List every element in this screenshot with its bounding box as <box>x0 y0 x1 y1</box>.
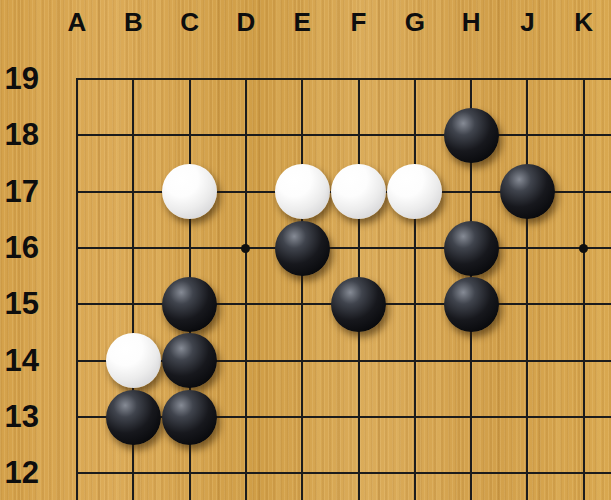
intersection-D16[interactable] <box>218 220 274 276</box>
intersection-G13[interactable] <box>387 389 443 445</box>
intersection-A15[interactable] <box>49 276 105 332</box>
intersection-B17[interactable] <box>105 164 161 220</box>
intersection-D13[interactable] <box>218 389 274 445</box>
intersection-G14[interactable] <box>387 333 443 389</box>
intersection-A18[interactable] <box>49 107 105 163</box>
intersection-H19[interactable] <box>443 51 499 107</box>
intersection-F12[interactable] <box>330 445 386 500</box>
intersection-E13[interactable] <box>274 389 330 445</box>
intersection-B16[interactable] <box>105 220 161 276</box>
intersection-G12[interactable] <box>387 445 443 500</box>
intersection-C17[interactable] <box>161 164 217 220</box>
intersection-F13[interactable] <box>330 389 386 445</box>
intersection-K17[interactable] <box>556 164 611 220</box>
intersection-B14[interactable] <box>105 333 161 389</box>
col-label-K: K <box>562 0 606 44</box>
white-stone-E17 <box>275 164 330 219</box>
intersection-A12[interactable] <box>49 445 105 500</box>
black-stone-C15 <box>162 277 217 332</box>
intersection-G19[interactable] <box>387 51 443 107</box>
intersection-F16[interactable] <box>330 220 386 276</box>
col-label-J: J <box>505 0 549 44</box>
intersection-E15[interactable] <box>274 276 330 332</box>
intersection-B15[interactable] <box>105 276 161 332</box>
intersection-G16[interactable] <box>387 220 443 276</box>
row-label-16: 16 <box>0 226 39 270</box>
row-label-15: 15 <box>0 282 39 326</box>
intersection-B13[interactable] <box>105 389 161 445</box>
intersection-C18[interactable] <box>161 107 217 163</box>
intersection-B19[interactable] <box>105 51 161 107</box>
intersection-D19[interactable] <box>218 51 274 107</box>
intersection-H17[interactable] <box>443 164 499 220</box>
go-board-diagram: ABCDEFGHJK 1918171615141312 <box>0 0 611 500</box>
black-stone-H16 <box>444 221 499 276</box>
intersection-D17[interactable] <box>218 164 274 220</box>
intersection-E14[interactable] <box>274 333 330 389</box>
intersection-E12[interactable] <box>274 445 330 500</box>
intersection-K14[interactable] <box>556 333 611 389</box>
black-stone-J17 <box>500 164 555 219</box>
black-stone-C13 <box>162 390 217 445</box>
intersection-K16[interactable] <box>556 220 611 276</box>
intersection-K18[interactable] <box>556 107 611 163</box>
intersection-A14[interactable] <box>49 333 105 389</box>
col-label-C: C <box>168 0 212 44</box>
col-label-B: B <box>111 0 155 44</box>
intersection-D12[interactable] <box>218 445 274 500</box>
intersection-F18[interactable] <box>330 107 386 163</box>
intersection-D18[interactable] <box>218 107 274 163</box>
row-label-14: 14 <box>0 339 39 383</box>
intersection-F15[interactable] <box>330 276 386 332</box>
intersection-F19[interactable] <box>330 51 386 107</box>
col-label-D: D <box>224 0 268 44</box>
intersection-K19[interactable] <box>556 51 611 107</box>
row-label-13: 13 <box>0 395 39 439</box>
intersection-J15[interactable] <box>499 276 555 332</box>
white-stone-G17 <box>387 164 442 219</box>
intersection-A17[interactable] <box>49 164 105 220</box>
intersection-B18[interactable] <box>105 107 161 163</box>
intersection-H13[interactable] <box>443 389 499 445</box>
intersection-H14[interactable] <box>443 333 499 389</box>
intersection-H12[interactable] <box>443 445 499 500</box>
intersection-J18[interactable] <box>499 107 555 163</box>
intersection-A19[interactable] <box>49 51 105 107</box>
row-label-18: 18 <box>0 113 39 157</box>
intersection-C14[interactable] <box>161 333 217 389</box>
col-label-E: E <box>280 0 324 44</box>
black-stone-E16 <box>275 221 330 276</box>
intersection-F14[interactable] <box>330 333 386 389</box>
intersection-J19[interactable] <box>499 51 555 107</box>
intersection-C19[interactable] <box>161 51 217 107</box>
white-stone-C17 <box>162 164 217 219</box>
intersection-E17[interactable] <box>274 164 330 220</box>
row-label-19: 19 <box>0 57 39 101</box>
intersection-J16[interactable] <box>499 220 555 276</box>
intersection-F17[interactable] <box>330 164 386 220</box>
intersection-A13[interactable] <box>49 389 105 445</box>
black-stone-H18 <box>444 108 499 163</box>
row-label-12: 12 <box>0 451 39 495</box>
intersection-J12[interactable] <box>499 445 555 500</box>
intersection-H15[interactable] <box>443 276 499 332</box>
intersection-K13[interactable] <box>556 389 611 445</box>
black-stone-B13 <box>106 390 161 445</box>
intersection-K15[interactable] <box>556 276 611 332</box>
row-label-17: 17 <box>0 170 39 214</box>
intersection-D14[interactable] <box>218 333 274 389</box>
intersection-H16[interactable] <box>443 220 499 276</box>
intersection-A16[interactable] <box>49 220 105 276</box>
black-stone-H15 <box>444 277 499 332</box>
intersection-E19[interactable] <box>274 51 330 107</box>
col-label-G: G <box>393 0 437 44</box>
intersection-J17[interactable] <box>499 164 555 220</box>
star-point-K16 <box>579 244 588 253</box>
intersection-K12[interactable] <box>556 445 611 500</box>
white-stone-F17 <box>331 164 386 219</box>
intersection-B12[interactable] <box>105 445 161 500</box>
intersection-E18[interactable] <box>274 107 330 163</box>
intersection-D15[interactable] <box>218 276 274 332</box>
intersection-H18[interactable] <box>443 107 499 163</box>
intersection-E16[interactable] <box>274 220 330 276</box>
col-label-F: F <box>337 0 381 44</box>
intersection-C13[interactable] <box>161 389 217 445</box>
intersection-J14[interactable] <box>499 333 555 389</box>
intersection-J13[interactable] <box>499 389 555 445</box>
intersection-G17[interactable] <box>387 164 443 220</box>
black-stone-C14 <box>162 333 217 388</box>
go-board[interactable] <box>49 51 611 500</box>
col-label-H: H <box>449 0 493 44</box>
star-point-D16 <box>241 244 250 253</box>
intersection-C12[interactable] <box>161 445 217 500</box>
intersection-G18[interactable] <box>387 107 443 163</box>
col-label-A: A <box>55 0 99 44</box>
black-stone-F15 <box>331 277 386 332</box>
intersection-C15[interactable] <box>161 276 217 332</box>
intersection-C16[interactable] <box>161 220 217 276</box>
white-stone-B14 <box>106 333 161 388</box>
intersection-G15[interactable] <box>387 276 443 332</box>
